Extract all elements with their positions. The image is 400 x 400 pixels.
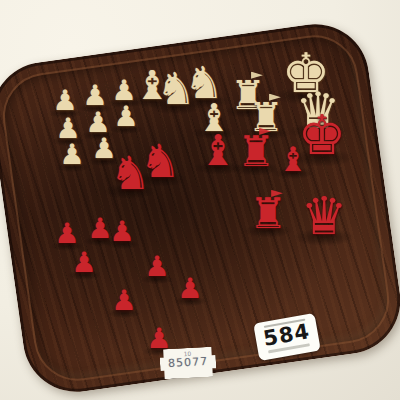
red-knight: ♞ xyxy=(109,150,150,196)
white-knight: ♞ xyxy=(156,67,195,111)
red-queen: ♛ xyxy=(301,190,348,242)
white-rook-flag xyxy=(269,94,281,103)
photo-of-chess-set-on-tray: ♚♝♞♟♞♟♜♟♟♛♝♜♟♟♚♟♟♝♜♝♞♞♜♛♟♟♟♟♟♟♟♟ 584 10 … xyxy=(0,0,400,400)
red-bishop: ♝ xyxy=(278,142,308,176)
ticket-number: 85077 xyxy=(160,356,217,371)
white-pawn: ♟ xyxy=(59,141,84,169)
red-pawn: ♟ xyxy=(177,275,202,303)
red-rook: ♜ xyxy=(249,193,287,235)
red-rook-flag xyxy=(271,190,283,199)
red-pawn: ♟ xyxy=(54,220,79,248)
red-pawn: ♟ xyxy=(111,287,136,315)
white-pawn: ♟ xyxy=(113,103,138,131)
red-pawn: ♟ xyxy=(144,253,169,281)
red-rook-flag xyxy=(259,128,271,137)
stock-ticket-label: 10 85077 xyxy=(159,347,216,380)
lot-number: 584 xyxy=(254,319,319,351)
pieces-layer: ♚♝♞♟♞♟♜♟♟♛♝♜♟♟♚♟♟♝♜♝♞♞♜♛♟♟♟♟♟♟♟♟ xyxy=(0,0,400,400)
red-rook: ♜ xyxy=(237,131,275,173)
white-rook-flag xyxy=(251,72,263,81)
red-pawn: ♟ xyxy=(71,249,96,277)
white-pawn: ♟ xyxy=(52,87,77,115)
red-pawn: ♟ xyxy=(109,218,134,246)
